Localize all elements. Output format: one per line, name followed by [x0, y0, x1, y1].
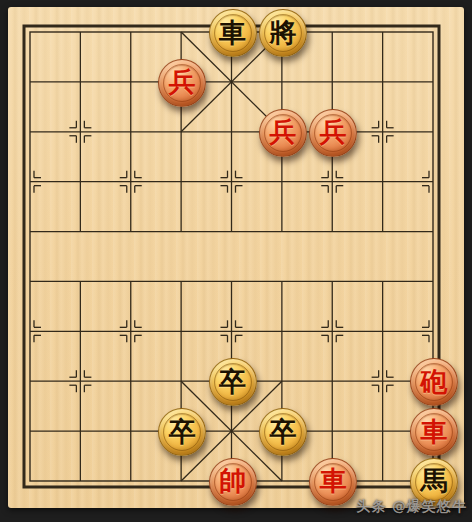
- piece-black-chariot[interactable]: 車: [209, 9, 257, 57]
- piece-glyph: 卒: [269, 418, 296, 445]
- piece-red-soldier[interactable]: 兵: [309, 109, 357, 157]
- piece-glyph: 兵: [169, 68, 196, 95]
- piece-glyph: 馬: [421, 467, 448, 494]
- piece-glyph: 卒: [219, 368, 246, 395]
- piece-glyph: 車: [219, 19, 246, 46]
- piece-red-soldier[interactable]: 兵: [259, 109, 307, 157]
- piece-black-general[interactable]: 將: [259, 9, 307, 57]
- piece-glyph: 帥: [219, 467, 246, 494]
- piece-red-general[interactable]: 帥: [209, 458, 257, 506]
- board-grid: [8, 7, 464, 508]
- piece-glyph: 砲: [421, 368, 448, 395]
- piece-red-cannon[interactable]: 砲: [410, 358, 458, 406]
- piece-glyph: 車: [421, 418, 448, 445]
- piece-black-soldier[interactable]: 卒: [158, 408, 206, 456]
- piece-glyph: 兵: [320, 118, 347, 145]
- piece-black-soldier[interactable]: 卒: [209, 358, 257, 406]
- watermark: 头条 @爆笑悠牛: [356, 498, 467, 516]
- piece-glyph: 將: [269, 19, 296, 46]
- piece-red-soldier[interactable]: 兵: [158, 59, 206, 107]
- piece-glyph: 車: [320, 467, 347, 494]
- piece-red-chariot[interactable]: 車: [410, 408, 458, 456]
- xiangqi-board[interactable]: [8, 7, 464, 508]
- piece-red-chariot[interactable]: 車: [309, 458, 357, 506]
- piece-black-soldier[interactable]: 卒: [259, 408, 307, 456]
- piece-glyph: 兵: [269, 118, 296, 145]
- piece-glyph: 卒: [169, 418, 196, 445]
- xiangqi-app: 車將兵兵兵卒砲卒卒車帥車馬 头条 @爆笑悠牛: [0, 0, 472, 522]
